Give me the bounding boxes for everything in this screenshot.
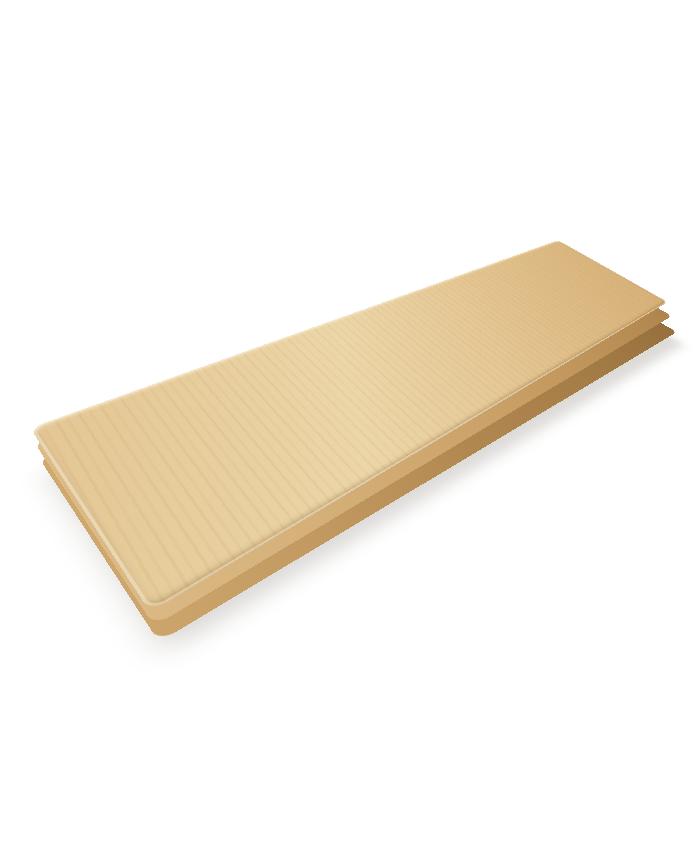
mancala-board xyxy=(30,240,668,612)
product-photo-scene xyxy=(0,0,700,856)
